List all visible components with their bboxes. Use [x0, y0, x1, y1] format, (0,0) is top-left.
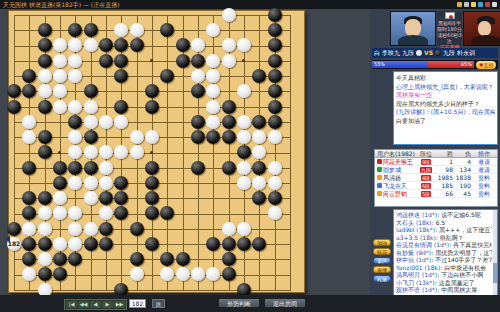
board-cell[interactable] [221, 252, 236, 267]
board-cell[interactable] [160, 99, 175, 114]
board-cell[interactable] [52, 68, 67, 83]
board-cell[interactable] [98, 53, 113, 68]
vcr-button[interactable]: ◀◀ [78, 301, 89, 308]
user-action-link[interactable]: 邀请 [471, 166, 497, 174]
board-cell[interactable] [37, 236, 52, 251]
board-cell[interactable] [252, 99, 267, 114]
board-cell[interactable] [68, 145, 83, 160]
board-cell[interactable] [144, 99, 159, 114]
board-cell[interactable] [267, 160, 282, 175]
chat-box[interactable]: 鸿运棋迷 (1d*): 说不定输6.5呢大石头 (18k): 6.5lad9bl… [393, 209, 498, 299]
board-cell[interactable] [221, 68, 236, 83]
board-cell[interactable] [252, 53, 267, 68]
board-cell[interactable] [52, 267, 67, 282]
board-cell[interactable] [6, 145, 21, 160]
board-cell[interactable] [267, 236, 282, 251]
board-cell[interactable] [83, 84, 98, 99]
quick-phrase-button[interactable]: 掌声 [373, 257, 391, 264]
board-cell[interactable] [68, 160, 83, 175]
user-list-row[interactable]: 闲云野鹤5段6645资料 [375, 190, 497, 198]
board-cell[interactable] [221, 114, 236, 129]
board-cell[interactable] [267, 7, 282, 22]
board-cell[interactable] [206, 68, 221, 83]
board-cell[interactable] [221, 23, 236, 38]
board-cell[interactable] [22, 191, 37, 206]
board-cell[interactable] [252, 38, 267, 53]
board-cell[interactable] [252, 114, 267, 129]
board-cell[interactable] [83, 160, 98, 175]
board-cell[interactable] [98, 236, 113, 251]
board-cell[interactable] [267, 84, 282, 99]
board-cell[interactable] [37, 23, 52, 38]
jump-button[interactable]: 跳 [152, 299, 165, 308]
board-cell[interactable] [83, 191, 98, 206]
board-cell[interactable] [98, 206, 113, 221]
board-cell[interactable] [282, 38, 297, 53]
board-cell[interactable] [114, 175, 129, 190]
board-cell[interactable] [175, 145, 190, 160]
board-cell[interactable] [267, 221, 282, 236]
board-cell[interactable] [236, 114, 251, 129]
board-cell[interactable] [6, 191, 21, 206]
board-cell[interactable] [37, 129, 52, 144]
board-cell[interactable] [206, 236, 221, 251]
board-cell[interactable] [236, 99, 251, 114]
board-cell[interactable] [83, 99, 98, 114]
board-cell[interactable] [190, 206, 205, 221]
board-cell[interactable] [252, 175, 267, 190]
board-cell[interactable] [236, 206, 251, 221]
board-cell[interactable] [68, 221, 83, 236]
board-cell[interactable] [98, 267, 113, 282]
board-cell[interactable] [144, 206, 159, 221]
board-cell[interactable] [52, 145, 67, 160]
board-cell[interactable] [22, 68, 37, 83]
board-cell[interactable] [83, 236, 98, 251]
board-cell[interactable] [236, 267, 251, 282]
board-cell[interactable] [236, 129, 251, 144]
board-cell[interactable] [129, 68, 144, 83]
board-cell[interactable] [175, 84, 190, 99]
board-cell[interactable] [6, 175, 21, 190]
board-cell[interactable] [160, 84, 175, 99]
board-cell[interactable] [236, 68, 251, 83]
board-cell[interactable] [267, 191, 282, 206]
board-cell[interactable] [22, 114, 37, 129]
board-cell[interactable] [114, 68, 129, 83]
board-cell[interactable] [236, 236, 251, 251]
board-cell[interactable] [190, 68, 205, 83]
board-cell[interactable] [175, 68, 190, 83]
board-cell[interactable] [221, 53, 236, 68]
board-cell[interactable] [236, 84, 251, 99]
board-cell[interactable] [267, 129, 282, 144]
board-cell[interactable] [22, 221, 37, 236]
board-cell[interactable] [221, 221, 236, 236]
board-cell[interactable] [267, 114, 282, 129]
board-cell[interactable] [22, 206, 37, 221]
board-cell[interactable] [114, 252, 129, 267]
board-cell[interactable] [52, 84, 67, 99]
board-cell[interactable] [282, 221, 297, 236]
board-cell[interactable] [190, 221, 205, 236]
board-cell[interactable] [83, 267, 98, 282]
board-cell[interactable] [221, 160, 236, 175]
board-cell[interactable] [206, 252, 221, 267]
board-cell[interactable] [129, 53, 144, 68]
board-cell[interactable] [144, 129, 159, 144]
board-cell[interactable] [83, 175, 98, 190]
board-cell[interactable] [37, 206, 52, 221]
board-cell[interactable] [160, 221, 175, 236]
board-cell[interactable] [206, 129, 221, 144]
board-cell[interactable] [236, 38, 251, 53]
board-cell[interactable] [83, 221, 98, 236]
board-cell[interactable] [160, 191, 175, 206]
board-cell[interactable] [6, 68, 21, 83]
board-cell[interactable] [160, 53, 175, 68]
board-cell[interactable] [98, 175, 113, 190]
board-cell[interactable] [175, 236, 190, 251]
board-cell[interactable] [129, 129, 144, 144]
board-cell[interactable] [83, 129, 98, 144]
window-control-icon[interactable] [457, 2, 462, 7]
board-cell[interactable] [37, 175, 52, 190]
board-cell[interactable] [267, 38, 282, 53]
board-cell[interactable] [98, 38, 113, 53]
board-cell[interactable] [6, 129, 21, 144]
board-cell[interactable] [83, 7, 98, 22]
board-cell[interactable] [236, 221, 251, 236]
board-cell[interactable] [83, 68, 98, 83]
window-control-icon[interactable] [492, 2, 497, 7]
board-cell[interactable] [22, 129, 37, 144]
board-cell[interactable] [267, 68, 282, 83]
board-cell[interactable]: 182 [6, 236, 21, 251]
board-cell[interactable] [252, 267, 267, 282]
board-cell[interactable] [267, 53, 282, 68]
board-cell[interactable] [83, 252, 98, 267]
board-cell[interactable] [52, 99, 67, 114]
board-cell[interactable] [68, 99, 83, 114]
board-cell[interactable] [175, 252, 190, 267]
move-navigation-controls[interactable]: |◀◀◀◀▶▶▶ [64, 299, 127, 310]
board-cell[interactable] [144, 221, 159, 236]
board-cell[interactable] [144, 175, 159, 190]
board-cell[interactable] [144, 7, 159, 22]
board-cell[interactable] [98, 252, 113, 267]
vcr-button[interactable]: ▶▶ [114, 301, 125, 308]
board-cell[interactable] [98, 68, 113, 83]
board-cell[interactable] [68, 84, 83, 99]
board-cell[interactable] [37, 114, 52, 129]
board-cell[interactable] [206, 7, 221, 22]
board-cell[interactable] [68, 206, 83, 221]
user-action-link[interactable]: 资料 [471, 190, 497, 198]
board-cell[interactable] [282, 206, 297, 221]
board-cell[interactable] [190, 38, 205, 53]
board-cell[interactable] [206, 206, 221, 221]
board-cell[interactable] [52, 53, 67, 68]
board-cell[interactable] [114, 206, 129, 221]
board-cell[interactable] [236, 252, 251, 267]
board-cell[interactable] [144, 160, 159, 175]
board-cell[interactable] [160, 175, 175, 190]
board-cell[interactable] [282, 68, 297, 83]
board-cell[interactable] [68, 53, 83, 68]
board-cell[interactable] [22, 53, 37, 68]
board-cell[interactable] [221, 84, 236, 99]
board-cell[interactable] [37, 252, 52, 267]
board-cell[interactable] [282, 53, 297, 68]
board-cell[interactable] [190, 267, 205, 282]
board-cell[interactable] [52, 160, 67, 175]
board-cell[interactable] [282, 145, 297, 160]
board-cell[interactable] [252, 7, 267, 22]
board-cell[interactable] [221, 206, 236, 221]
board-cell[interactable] [22, 38, 37, 53]
board-cell[interactable] [98, 114, 113, 129]
board-cell[interactable] [190, 191, 205, 206]
board-cell[interactable] [114, 114, 129, 129]
board-cell[interactable] [129, 191, 144, 206]
quick-phrase-button[interactable]: 礼物 [373, 275, 391, 282]
board-cell[interactable] [160, 236, 175, 251]
board-cell[interactable] [282, 84, 297, 99]
board-cell[interactable] [6, 7, 21, 22]
board-cell[interactable] [52, 129, 67, 144]
board-cell[interactable] [114, 191, 129, 206]
board-cell[interactable] [114, 23, 129, 38]
board-cell[interactable] [252, 84, 267, 99]
board-cell[interactable] [282, 99, 297, 114]
board-cell[interactable] [282, 236, 297, 251]
board-cell[interactable] [160, 7, 175, 22]
board-cell[interactable] [37, 267, 52, 282]
board-cell[interactable] [252, 23, 267, 38]
window-control-icon[interactable] [464, 2, 469, 7]
board-cell[interactable] [6, 267, 21, 282]
window-control-icon[interactable] [485, 2, 490, 7]
board-cell[interactable] [144, 267, 159, 282]
board-cell[interactable] [68, 236, 83, 251]
board-cell[interactable] [282, 129, 297, 144]
board-cell[interactable] [129, 114, 144, 129]
board-cell[interactable] [52, 206, 67, 221]
board-cell[interactable] [98, 23, 113, 38]
board-cell[interactable] [129, 252, 144, 267]
board-cell[interactable] [175, 191, 190, 206]
board-cell[interactable] [221, 236, 236, 251]
board-cell[interactable] [144, 23, 159, 38]
board-cell[interactable] [22, 145, 37, 160]
board-cell[interactable] [175, 114, 190, 129]
board-cell[interactable] [98, 221, 113, 236]
board-cell[interactable] [190, 236, 205, 251]
board-cell[interactable] [114, 267, 129, 282]
board-cell[interactable] [6, 252, 21, 267]
board-cell[interactable] [6, 53, 21, 68]
board-cell[interactable] [68, 129, 83, 144]
board-cell[interactable] [160, 267, 175, 282]
board-cell[interactable] [267, 252, 282, 267]
board-cell[interactable] [252, 68, 267, 83]
board-cell[interactable] [160, 23, 175, 38]
board-cell[interactable] [37, 68, 52, 83]
board-cell[interactable] [52, 114, 67, 129]
board-cell[interactable] [252, 129, 267, 144]
board-cell[interactable] [175, 267, 190, 282]
board-cell[interactable] [206, 175, 221, 190]
board-cell[interactable] [144, 84, 159, 99]
window-control-icon[interactable] [478, 2, 483, 7]
board-cell[interactable] [68, 114, 83, 129]
board-cell[interactable] [114, 145, 129, 160]
board-cell[interactable] [236, 160, 251, 175]
board-cell[interactable] [236, 7, 251, 22]
board-cell[interactable] [206, 191, 221, 206]
board-cell[interactable] [282, 267, 297, 282]
board-cell[interactable] [282, 252, 297, 267]
window-controls[interactable] [457, 2, 497, 7]
board-cell[interactable] [221, 129, 236, 144]
score-estimate-button[interactable]: 形势判断 [218, 298, 260, 308]
board-cell[interactable] [252, 221, 267, 236]
board-cell[interactable] [267, 175, 282, 190]
board-cell[interactable] [267, 267, 282, 282]
board-cell[interactable] [98, 145, 113, 160]
board-cell[interactable] [22, 175, 37, 190]
board-cell[interactable] [68, 7, 83, 22]
board-cell[interactable] [267, 23, 282, 38]
board-cell[interactable] [206, 221, 221, 236]
move-number-box[interactable]: 182 [129, 299, 146, 308]
chat-scrollbar[interactable] [493, 210, 497, 298]
board-cell[interactable] [190, 7, 205, 22]
board-cell[interactable] [206, 114, 221, 129]
window-control-icon[interactable] [471, 2, 476, 7]
board-cell[interactable] [68, 175, 83, 190]
board-cell[interactable] [22, 267, 37, 282]
board-cell[interactable] [68, 267, 83, 282]
board-cell[interactable] [221, 191, 236, 206]
board-cell[interactable] [282, 7, 297, 22]
board-cell[interactable] [144, 114, 159, 129]
board-cell[interactable] [114, 84, 129, 99]
board-cell[interactable] [98, 99, 113, 114]
board-cell[interactable] [190, 84, 205, 99]
board-cell[interactable] [144, 236, 159, 251]
board-cell[interactable] [129, 236, 144, 251]
user-action-link[interactable]: 资料 [471, 182, 497, 190]
board-cell[interactable] [252, 191, 267, 206]
board-cell[interactable] [206, 99, 221, 114]
board-cell[interactable] [282, 175, 297, 190]
board-cell[interactable] [129, 99, 144, 114]
board-cell[interactable] [37, 38, 52, 53]
board-cell[interactable] [206, 160, 221, 175]
board-cell[interactable] [83, 145, 98, 160]
board-cell[interactable] [83, 38, 98, 53]
go-board[interactable]: 182 [8, 10, 305, 293]
board-cell[interactable] [129, 7, 144, 22]
board-cell[interactable] [83, 53, 98, 68]
board-cell[interactable] [282, 160, 297, 175]
board-cell[interactable] [144, 191, 159, 206]
board-cell[interactable] [22, 23, 37, 38]
board-cell[interactable] [144, 53, 159, 68]
vcr-button[interactable]: |◀ [66, 301, 77, 308]
board-cell[interactable] [221, 99, 236, 114]
board-cell[interactable] [22, 252, 37, 267]
board-cell[interactable] [98, 84, 113, 99]
board-cell[interactable] [68, 23, 83, 38]
board-cell[interactable] [267, 145, 282, 160]
board-cell[interactable] [129, 160, 144, 175]
board-cell[interactable] [160, 68, 175, 83]
board-cell[interactable] [22, 236, 37, 251]
board-cell[interactable] [190, 23, 205, 38]
board-cell[interactable] [206, 145, 221, 160]
quick-phrase-button[interactable]: 表情 [373, 266, 391, 273]
board-cell[interactable] [175, 175, 190, 190]
board-cell[interactable] [129, 84, 144, 99]
board-cell[interactable] [114, 38, 129, 53]
board-cell[interactable] [252, 206, 267, 221]
board-cell[interactable] [267, 206, 282, 221]
board-cell[interactable] [236, 145, 251, 160]
board-cell[interactable] [144, 68, 159, 83]
board-cell[interactable] [83, 114, 98, 129]
board-cell[interactable] [114, 53, 129, 68]
board-cell[interactable] [98, 191, 113, 206]
board-cell[interactable] [68, 252, 83, 267]
board-cell[interactable] [267, 99, 282, 114]
board-cell[interactable] [175, 129, 190, 144]
board-cell[interactable] [22, 99, 37, 114]
board-cell[interactable] [282, 191, 297, 206]
board-cell[interactable] [37, 145, 52, 160]
board-cell[interactable] [175, 53, 190, 68]
commentary-box[interactable]: 今天真精彩心理上黑棋领先_(弈友)，大家说呢？黑棋厚实一些现在黑大约领先多少目的… [393, 71, 498, 145]
vcr-button[interactable]: ▶ [102, 301, 113, 308]
board-cell[interactable] [98, 129, 113, 144]
quick-phrase-button[interactable]: 加油 [373, 239, 391, 246]
board-cell[interactable] [160, 252, 175, 267]
board-cell[interactable] [252, 145, 267, 160]
board-cell[interactable] [252, 236, 267, 251]
board-cell[interactable] [236, 53, 251, 68]
board-cell[interactable] [6, 38, 21, 53]
board-cell[interactable] [221, 175, 236, 190]
board-cell[interactable] [114, 7, 129, 22]
board-cell[interactable] [190, 145, 205, 160]
board-cell[interactable] [236, 175, 251, 190]
board-cell[interactable] [175, 160, 190, 175]
board-cell[interactable] [144, 38, 159, 53]
board-cell[interactable] [190, 175, 205, 190]
board-cell[interactable] [175, 7, 190, 22]
board-cell[interactable] [175, 206, 190, 221]
board-cell[interactable] [144, 145, 159, 160]
board-cell[interactable] [190, 114, 205, 129]
board-cell[interactable] [129, 145, 144, 160]
board-cell[interactable] [236, 23, 251, 38]
board-cell[interactable] [52, 221, 67, 236]
board-cell[interactable] [206, 38, 221, 53]
board-cell[interactable] [129, 38, 144, 53]
board-cell[interactable] [252, 160, 267, 175]
